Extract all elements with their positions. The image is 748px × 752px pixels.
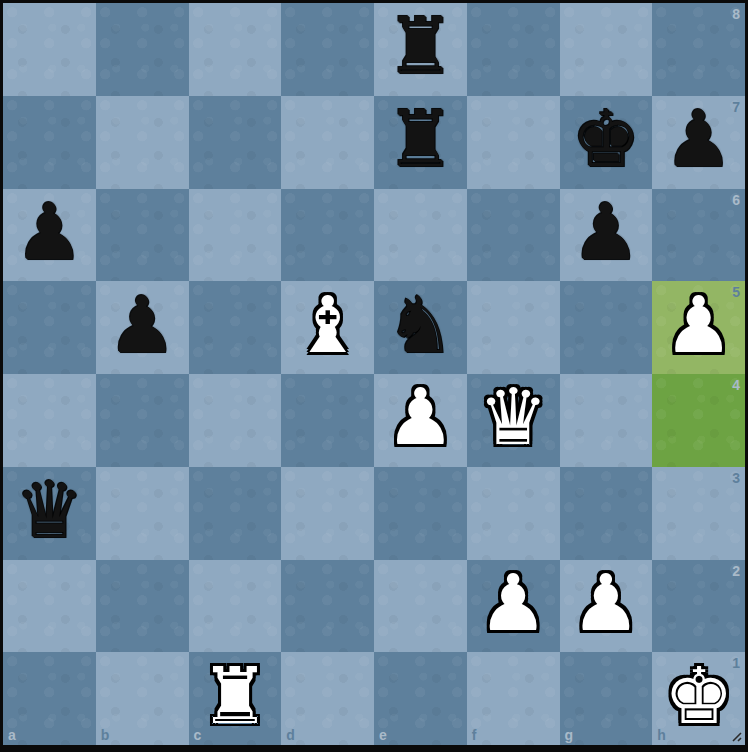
piece-e4-white-pawn[interactable]: ♟: [385, 378, 455, 456]
piece-e7-black-rook[interactable]: ♜: [385, 100, 455, 178]
square-a2[interactable]: [3, 560, 96, 653]
square-h3[interactable]: 3: [652, 467, 745, 560]
file-label-h: h: [657, 728, 666, 742]
piece-g2-white-pawn[interactable]: ♟: [571, 564, 641, 642]
square-d8[interactable]: [281, 3, 374, 96]
square-f2[interactable]: ♟: [467, 560, 560, 653]
square-e1[interactable]: e: [374, 652, 467, 745]
square-h1[interactable]: 1h♚: [652, 652, 745, 745]
square-h4[interactable]: 4: [652, 374, 745, 467]
piece-h5-white-pawn[interactable]: ♟: [664, 286, 734, 364]
square-f7[interactable]: [467, 96, 560, 189]
file-label-f: f: [472, 728, 477, 742]
square-g2[interactable]: ♟: [560, 560, 653, 653]
square-d5[interactable]: ♝: [281, 281, 374, 374]
square-a3[interactable]: ♛: [3, 467, 96, 560]
square-c3[interactable]: [189, 467, 282, 560]
board-resize-handle-icon[interactable]: [728, 728, 742, 742]
square-e2[interactable]: [374, 560, 467, 653]
square-g8[interactable]: [560, 3, 653, 96]
piece-e5-black-knight[interactable]: ♞: [385, 286, 455, 364]
square-a7[interactable]: [3, 96, 96, 189]
square-c5[interactable]: [189, 281, 282, 374]
piece-e8-black-rook[interactable]: ♜: [385, 7, 455, 85]
square-a1[interactable]: a: [3, 652, 96, 745]
square-d4[interactable]: [281, 374, 374, 467]
square-b8[interactable]: [96, 3, 189, 96]
piece-f4-white-queen[interactable]: ♛: [478, 378, 548, 456]
piece-c1-white-rook[interactable]: ♜: [200, 657, 270, 735]
square-f4[interactable]: ♛: [467, 374, 560, 467]
square-c4[interactable]: [189, 374, 282, 467]
rank-label-1: 1: [732, 656, 740, 670]
square-c1[interactable]: c♜: [189, 652, 282, 745]
rank-label-5: 5: [732, 285, 740, 299]
square-g6[interactable]: ♟: [560, 189, 653, 282]
square-g5[interactable]: [560, 281, 653, 374]
square-f3[interactable]: [467, 467, 560, 560]
square-f8[interactable]: [467, 3, 560, 96]
file-label-b: b: [101, 728, 110, 742]
square-f1[interactable]: f: [467, 652, 560, 745]
piece-d5-white-bishop[interactable]: ♝: [293, 286, 363, 364]
rank-label-7: 7: [732, 100, 740, 114]
square-c7[interactable]: [189, 96, 282, 189]
square-e6[interactable]: [374, 189, 467, 282]
square-c6[interactable]: [189, 189, 282, 282]
square-h5[interactable]: 5♟: [652, 281, 745, 374]
file-label-g: g: [565, 728, 574, 742]
rank-label-4: 4: [732, 378, 740, 392]
square-a4[interactable]: [3, 374, 96, 467]
square-b3[interactable]: [96, 467, 189, 560]
piece-a3-black-queen[interactable]: ♛: [14, 471, 84, 549]
square-a5[interactable]: [3, 281, 96, 374]
square-e5[interactable]: ♞: [374, 281, 467, 374]
square-b6[interactable]: [96, 189, 189, 282]
chess-app-frame: ♜8♜♚7♟♟♟6♟♝♞5♟♟♛4♛3♟♟2abc♜defg1h♚: [0, 0, 748, 752]
square-h7[interactable]: 7♟: [652, 96, 745, 189]
rank-label-2: 2: [732, 564, 740, 578]
square-e3[interactable]: [374, 467, 467, 560]
square-a8[interactable]: [3, 3, 96, 96]
square-f6[interactable]: [467, 189, 560, 282]
square-g7[interactable]: ♚: [560, 96, 653, 189]
square-h8[interactable]: 8: [652, 3, 745, 96]
rank-label-8: 8: [732, 7, 740, 21]
square-d7[interactable]: [281, 96, 374, 189]
square-h2[interactable]: 2: [652, 560, 745, 653]
square-e7[interactable]: ♜: [374, 96, 467, 189]
square-b2[interactable]: [96, 560, 189, 653]
file-label-a: a: [8, 728, 16, 742]
rank-label-3: 3: [732, 471, 740, 485]
square-b4[interactable]: [96, 374, 189, 467]
piece-g6-black-pawn[interactable]: ♟: [571, 193, 641, 271]
square-h6[interactable]: 6: [652, 189, 745, 282]
file-label-c: c: [194, 728, 202, 742]
square-f5[interactable]: [467, 281, 560, 374]
file-label-e: e: [379, 728, 387, 742]
square-e8[interactable]: ♜: [374, 3, 467, 96]
chess-board: ♜8♜♚7♟♟♟6♟♝♞5♟♟♛4♛3♟♟2abc♜defg1h♚: [3, 3, 745, 745]
square-g4[interactable]: [560, 374, 653, 467]
rank-label-6: 6: [732, 193, 740, 207]
piece-f2-white-pawn[interactable]: ♟: [478, 564, 548, 642]
square-b1[interactable]: b: [96, 652, 189, 745]
square-c8[interactable]: [189, 3, 282, 96]
square-g1[interactable]: g: [560, 652, 653, 745]
square-d6[interactable]: [281, 189, 374, 282]
square-d3[interactable]: [281, 467, 374, 560]
piece-a6-black-pawn[interactable]: ♟: [14, 193, 84, 271]
piece-b5-black-pawn[interactable]: ♟: [107, 286, 177, 364]
square-b5[interactable]: ♟: [96, 281, 189, 374]
square-b7[interactable]: [96, 96, 189, 189]
square-d2[interactable]: [281, 560, 374, 653]
piece-h7-black-pawn[interactable]: ♟: [664, 100, 734, 178]
piece-h1-white-king[interactable]: ♚: [664, 657, 734, 735]
square-d1[interactable]: d: [281, 652, 374, 745]
square-a6[interactable]: ♟: [3, 189, 96, 282]
piece-g7-black-king[interactable]: ♚: [571, 100, 641, 178]
square-e4[interactable]: ♟: [374, 374, 467, 467]
square-g3[interactable]: [560, 467, 653, 560]
square-c2[interactable]: [189, 560, 282, 653]
file-label-d: d: [286, 728, 295, 742]
